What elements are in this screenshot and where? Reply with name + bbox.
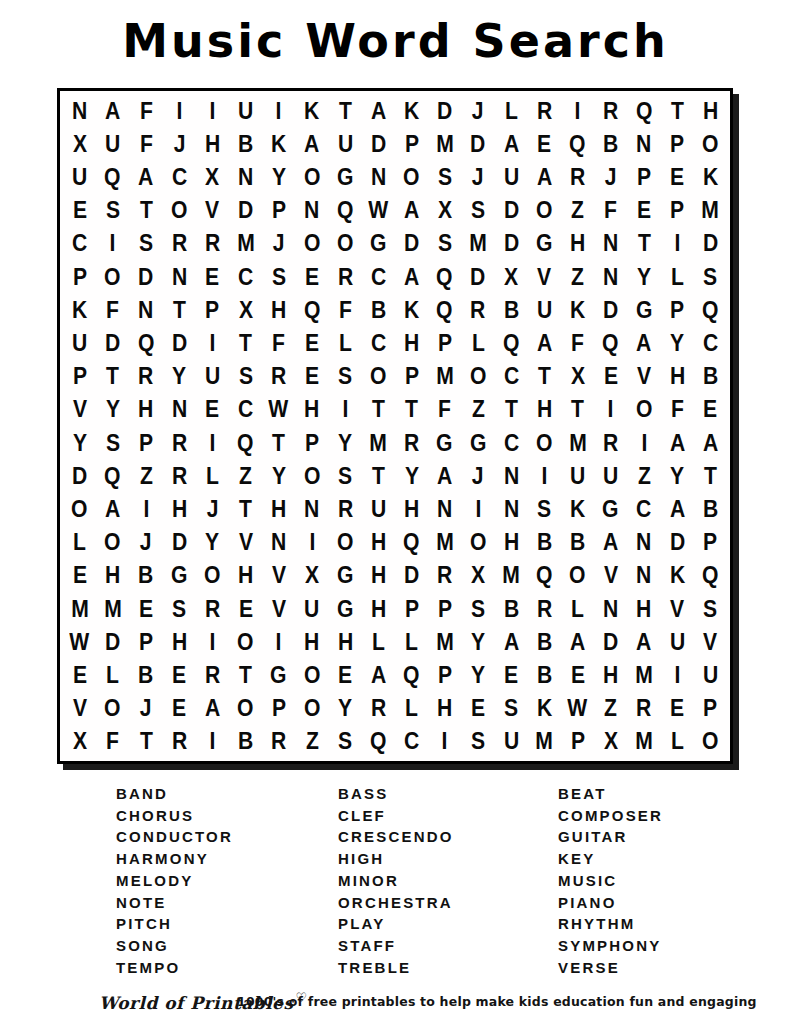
grid-cell[interactable]: Z bbox=[461, 393, 494, 426]
grid-cell[interactable]: X bbox=[495, 260, 528, 293]
grid-cell[interactable]: C bbox=[163, 160, 196, 193]
grid-cell[interactable]: D bbox=[63, 459, 96, 492]
grid-cell[interactable]: B bbox=[528, 625, 561, 658]
grid-cell[interactable]: O bbox=[96, 260, 129, 293]
grid-cell[interactable]: L bbox=[461, 326, 494, 359]
grid-cell[interactable]: I bbox=[461, 492, 494, 525]
grid-cell[interactable]: V bbox=[627, 360, 660, 393]
grid-cell[interactable]: N bbox=[594, 592, 627, 625]
grid-cell[interactable]: W bbox=[561, 692, 594, 725]
grid-cell[interactable]: O bbox=[694, 127, 727, 160]
grid-cell[interactable]: E bbox=[295, 260, 328, 293]
grid-cell[interactable]: O bbox=[694, 725, 727, 758]
grid-cell[interactable]: T bbox=[262, 426, 295, 459]
grid-cell[interactable]: G bbox=[428, 426, 461, 459]
grid-cell[interactable]: S bbox=[694, 592, 727, 625]
grid-cell[interactable]: L bbox=[495, 94, 528, 127]
grid-cell[interactable]: T bbox=[129, 725, 162, 758]
grid-cell[interactable]: N bbox=[495, 492, 528, 525]
grid-cell[interactable]: Q bbox=[229, 426, 262, 459]
grid-cell[interactable]: V bbox=[63, 393, 96, 426]
grid-cell[interactable]: A bbox=[661, 426, 694, 459]
grid-cell[interactable]: A bbox=[594, 526, 627, 559]
grid-cell[interactable]: T bbox=[229, 326, 262, 359]
grid-cell[interactable]: X bbox=[428, 194, 461, 227]
grid-cell[interactable]: D bbox=[163, 526, 196, 559]
grid-cell[interactable]: G bbox=[594, 492, 627, 525]
grid-cell[interactable]: N bbox=[262, 526, 295, 559]
grid-cell[interactable]: Q bbox=[329, 194, 362, 227]
grid-cell[interactable]: D bbox=[129, 260, 162, 293]
grid-cell[interactable]: L bbox=[395, 625, 428, 658]
grid-cell[interactable]: O bbox=[96, 692, 129, 725]
grid-cell[interactable]: H bbox=[528, 393, 561, 426]
grid-cell[interactable]: S bbox=[329, 360, 362, 393]
grid-cell[interactable]: C bbox=[362, 326, 395, 359]
grid-cell[interactable]: U bbox=[528, 293, 561, 326]
grid-cell[interactable]: I bbox=[96, 227, 129, 260]
grid-cell[interactable]: O bbox=[528, 426, 561, 459]
grid-cell[interactable]: I bbox=[428, 725, 461, 758]
grid-cell[interactable]: K bbox=[295, 94, 328, 127]
grid-cell[interactable]: N bbox=[594, 260, 627, 293]
grid-cell[interactable]: I bbox=[661, 658, 694, 691]
grid-cell[interactable]: K bbox=[561, 293, 594, 326]
grid-cell[interactable]: E bbox=[329, 658, 362, 691]
grid-cell[interactable]: J bbox=[196, 492, 229, 525]
grid-cell[interactable]: R bbox=[196, 658, 229, 691]
grid-cell[interactable]: S bbox=[495, 692, 528, 725]
grid-cell[interactable]: H bbox=[627, 592, 660, 625]
grid-cell[interactable]: O bbox=[461, 360, 494, 393]
grid-cell[interactable]: Q bbox=[561, 127, 594, 160]
grid-cell[interactable]: E bbox=[163, 658, 196, 691]
grid-cell[interactable]: Q bbox=[694, 559, 727, 592]
grid-cell[interactable]: L bbox=[362, 625, 395, 658]
grid-cell[interactable]: A bbox=[528, 326, 561, 359]
grid-cell[interactable]: M bbox=[627, 725, 660, 758]
grid-cell[interactable]: D bbox=[96, 326, 129, 359]
grid-cell[interactable]: H bbox=[362, 526, 395, 559]
grid-cell[interactable]: R bbox=[196, 592, 229, 625]
grid-cell[interactable]: T bbox=[362, 459, 395, 492]
grid-cell[interactable]: Q bbox=[528, 559, 561, 592]
grid-cell[interactable]: A bbox=[395, 260, 428, 293]
grid-cell[interactable]: U bbox=[661, 625, 694, 658]
grid-cell[interactable]: C bbox=[229, 260, 262, 293]
grid-cell[interactable]: H bbox=[495, 526, 528, 559]
grid-cell[interactable]: C bbox=[495, 426, 528, 459]
grid-cell[interactable]: U bbox=[694, 658, 727, 691]
grid-cell[interactable]: S bbox=[329, 459, 362, 492]
grid-cell[interactable]: S bbox=[461, 592, 494, 625]
grid-cell[interactable]: D bbox=[163, 326, 196, 359]
grid-cell[interactable]: J bbox=[129, 692, 162, 725]
grid-cell[interactable]: I bbox=[262, 625, 295, 658]
grid-cell[interactable]: T bbox=[229, 658, 262, 691]
grid-cell[interactable]: H bbox=[661, 360, 694, 393]
grid-cell[interactable]: B bbox=[528, 658, 561, 691]
grid-cell[interactable]: O bbox=[627, 393, 660, 426]
grid-cell[interactable]: O bbox=[63, 492, 96, 525]
grid-cell[interactable]: X bbox=[63, 725, 96, 758]
grid-cell[interactable]: X bbox=[63, 127, 96, 160]
grid-cell[interactable]: R bbox=[163, 459, 196, 492]
grid-cell[interactable]: A bbox=[495, 625, 528, 658]
grid-cell[interactable]: S bbox=[461, 194, 494, 227]
grid-cell[interactable]: B bbox=[561, 526, 594, 559]
grid-cell[interactable]: D bbox=[495, 227, 528, 260]
grid-cell[interactable]: B bbox=[229, 725, 262, 758]
grid-cell[interactable]: H bbox=[96, 559, 129, 592]
grid-cell[interactable]: P bbox=[428, 658, 461, 691]
grid-cell[interactable]: Y bbox=[96, 393, 129, 426]
grid-cell[interactable]: O bbox=[96, 526, 129, 559]
grid-cell[interactable]: K bbox=[262, 127, 295, 160]
grid-cell[interactable]: D bbox=[694, 227, 727, 260]
grid-cell[interactable]: D bbox=[594, 293, 627, 326]
grid-cell[interactable]: M bbox=[528, 725, 561, 758]
grid-cell[interactable]: I bbox=[129, 492, 162, 525]
grid-cell[interactable]: H bbox=[428, 692, 461, 725]
grid-cell[interactable]: I bbox=[196, 426, 229, 459]
grid-cell[interactable]: H bbox=[395, 326, 428, 359]
grid-cell[interactable]: R bbox=[329, 492, 362, 525]
grid-cell[interactable]: N bbox=[627, 526, 660, 559]
grid-cell[interactable]: G bbox=[329, 160, 362, 193]
grid-cell[interactable]: V bbox=[262, 559, 295, 592]
grid-cell[interactable]: A bbox=[561, 625, 594, 658]
grid-cell[interactable]: U bbox=[96, 127, 129, 160]
grid-cell[interactable]: O bbox=[295, 227, 328, 260]
grid-cell[interactable]: N bbox=[495, 459, 528, 492]
grid-cell[interactable]: R bbox=[196, 227, 229, 260]
grid-cell[interactable]: L bbox=[196, 459, 229, 492]
grid-cell[interactable]: F bbox=[329, 293, 362, 326]
grid-cell[interactable]: O bbox=[329, 526, 362, 559]
grid-cell[interactable]: D bbox=[495, 194, 528, 227]
grid-cell[interactable]: J bbox=[461, 94, 494, 127]
grid-cell[interactable]: Y bbox=[661, 326, 694, 359]
grid-cell[interactable]: B bbox=[594, 127, 627, 160]
grid-cell[interactable]: N bbox=[63, 94, 96, 127]
grid-cell[interactable]: N bbox=[594, 227, 627, 260]
grid-cell[interactable]: O bbox=[329, 227, 362, 260]
grid-cell[interactable]: S bbox=[428, 227, 461, 260]
grid-cell[interactable]: G bbox=[528, 227, 561, 260]
grid-cell[interactable]: R bbox=[362, 692, 395, 725]
grid-cell[interactable]: N bbox=[295, 492, 328, 525]
grid-cell[interactable]: L bbox=[661, 260, 694, 293]
grid-cell[interactable]: E bbox=[63, 559, 96, 592]
grid-cell[interactable]: A bbox=[295, 127, 328, 160]
grid-cell[interactable]: P bbox=[395, 592, 428, 625]
grid-cell[interactable]: P bbox=[129, 625, 162, 658]
grid-cell[interactable]: S bbox=[528, 492, 561, 525]
grid-cell[interactable]: Q bbox=[428, 293, 461, 326]
grid-cell[interactable]: A bbox=[395, 194, 428, 227]
grid-cell[interactable]: O bbox=[395, 160, 428, 193]
grid-cell[interactable]: H bbox=[362, 592, 395, 625]
grid-cell[interactable]: M bbox=[428, 625, 461, 658]
grid-cell[interactable]: F bbox=[129, 94, 162, 127]
grid-cell[interactable]: G bbox=[262, 658, 295, 691]
grid-cell[interactable]: R bbox=[262, 360, 295, 393]
grid-cell[interactable]: S bbox=[694, 260, 727, 293]
grid-cell[interactable]: P bbox=[694, 526, 727, 559]
grid-cell[interactable]: Q bbox=[96, 160, 129, 193]
grid-cell[interactable]: K bbox=[694, 160, 727, 193]
grid-cell[interactable]: I bbox=[627, 426, 660, 459]
grid-cell[interactable]: A bbox=[96, 492, 129, 525]
grid-cell[interactable]: Y bbox=[461, 658, 494, 691]
grid-cell[interactable]: X bbox=[196, 160, 229, 193]
grid-cell[interactable]: N bbox=[163, 393, 196, 426]
grid-cell[interactable]: H bbox=[594, 658, 627, 691]
grid-cell[interactable]: N bbox=[362, 160, 395, 193]
grid-cell[interactable]: H bbox=[362, 559, 395, 592]
grid-cell[interactable]: U bbox=[561, 459, 594, 492]
grid-cell[interactable]: Q bbox=[495, 326, 528, 359]
grid-cell[interactable]: H bbox=[295, 625, 328, 658]
grid-cell[interactable]: U bbox=[329, 127, 362, 160]
grid-cell[interactable]: E bbox=[129, 592, 162, 625]
grid-cell[interactable]: R bbox=[262, 725, 295, 758]
grid-cell[interactable]: O bbox=[295, 692, 328, 725]
grid-cell[interactable]: I bbox=[196, 625, 229, 658]
grid-cell[interactable]: Q bbox=[96, 459, 129, 492]
grid-cell[interactable]: F bbox=[428, 393, 461, 426]
grid-cell[interactable]: M bbox=[428, 127, 461, 160]
grid-cell[interactable]: H bbox=[395, 492, 428, 525]
grid-cell[interactable]: A bbox=[362, 658, 395, 691]
grid-cell[interactable]: T bbox=[163, 293, 196, 326]
grid-cell[interactable]: Y bbox=[627, 260, 660, 293]
grid-cell[interactable]: Q bbox=[594, 326, 627, 359]
grid-cell[interactable]: H bbox=[196, 127, 229, 160]
grid-cell[interactable]: I bbox=[196, 725, 229, 758]
grid-cell[interactable]: F bbox=[561, 326, 594, 359]
grid-cell[interactable]: Z bbox=[295, 725, 328, 758]
grid-cell[interactable]: R bbox=[627, 692, 660, 725]
grid-cell[interactable]: C bbox=[495, 360, 528, 393]
grid-cell[interactable]: Z bbox=[561, 260, 594, 293]
grid-cell[interactable]: M bbox=[627, 658, 660, 691]
grid-cell[interactable]: M bbox=[63, 592, 96, 625]
grid-cell[interactable]: V bbox=[262, 592, 295, 625]
grid-cell[interactable]: Y bbox=[661, 459, 694, 492]
grid-cell[interactable]: Q bbox=[627, 94, 660, 127]
grid-cell[interactable]: L bbox=[96, 658, 129, 691]
grid-cell[interactable]: S bbox=[129, 227, 162, 260]
grid-cell[interactable]: T bbox=[96, 360, 129, 393]
grid-cell[interactable]: Y bbox=[196, 526, 229, 559]
grid-cell[interactable]: S bbox=[96, 194, 129, 227]
grid-cell[interactable]: W bbox=[262, 393, 295, 426]
grid-cell[interactable]: P bbox=[262, 194, 295, 227]
grid-cell[interactable]: J bbox=[461, 459, 494, 492]
grid-cell[interactable]: P bbox=[661, 293, 694, 326]
grid-cell[interactable]: R bbox=[528, 94, 561, 127]
grid-cell[interactable]: R bbox=[129, 360, 162, 393]
grid-cell[interactable]: U bbox=[495, 160, 528, 193]
grid-cell[interactable]: E bbox=[627, 194, 660, 227]
grid-cell[interactable]: O bbox=[295, 160, 328, 193]
grid-cell[interactable]: B bbox=[528, 526, 561, 559]
grid-cell[interactable]: F bbox=[96, 725, 129, 758]
grid-cell[interactable]: Z bbox=[129, 459, 162, 492]
grid-cell[interactable]: S bbox=[229, 360, 262, 393]
grid-cell[interactable]: O bbox=[528, 194, 561, 227]
grid-cell[interactable]: T bbox=[528, 360, 561, 393]
grid-cell[interactable]: B bbox=[694, 360, 727, 393]
grid-cell[interactable]: E bbox=[561, 658, 594, 691]
grid-cell[interactable]: E bbox=[661, 160, 694, 193]
grid-cell[interactable]: T bbox=[129, 194, 162, 227]
grid-cell[interactable]: M bbox=[96, 592, 129, 625]
grid-cell[interactable]: Z bbox=[561, 194, 594, 227]
grid-cell[interactable]: Y bbox=[329, 426, 362, 459]
grid-cell[interactable]: M bbox=[362, 426, 395, 459]
grid-cell[interactable]: U bbox=[196, 360, 229, 393]
grid-cell[interactable]: C bbox=[627, 492, 660, 525]
grid-cell[interactable]: U bbox=[63, 326, 96, 359]
grid-cell[interactable]: X bbox=[561, 360, 594, 393]
grid-cell[interactable]: H bbox=[129, 393, 162, 426]
grid-cell[interactable]: K bbox=[395, 293, 428, 326]
grid-cell[interactable]: X bbox=[295, 559, 328, 592]
grid-cell[interactable]: R bbox=[329, 260, 362, 293]
grid-cell[interactable]: R bbox=[395, 426, 428, 459]
grid-cell[interactable]: D bbox=[96, 625, 129, 658]
grid-cell[interactable]: S bbox=[428, 160, 461, 193]
grid-cell[interactable]: J bbox=[129, 526, 162, 559]
grid-cell[interactable]: P bbox=[63, 260, 96, 293]
grid-cell[interactable]: P bbox=[129, 426, 162, 459]
grid-cell[interactable]: N bbox=[163, 260, 196, 293]
grid-cell[interactable]: N bbox=[295, 194, 328, 227]
grid-cell[interactable]: K bbox=[561, 492, 594, 525]
grid-cell[interactable]: T bbox=[561, 393, 594, 426]
grid-cell[interactable]: O bbox=[229, 625, 262, 658]
grid-cell[interactable]: X bbox=[594, 725, 627, 758]
grid-cell[interactable]: P bbox=[661, 127, 694, 160]
grid-cell[interactable]: N bbox=[229, 160, 262, 193]
grid-cell[interactable]: O bbox=[362, 360, 395, 393]
grid-cell[interactable]: Z bbox=[627, 459, 660, 492]
grid-cell[interactable]: E bbox=[196, 393, 229, 426]
grid-cell[interactable]: A bbox=[96, 94, 129, 127]
grid-cell[interactable]: J bbox=[163, 127, 196, 160]
grid-cell[interactable]: O bbox=[163, 194, 196, 227]
grid-cell[interactable]: E bbox=[63, 194, 96, 227]
grid-cell[interactable]: H bbox=[561, 227, 594, 260]
grid-cell[interactable]: G bbox=[461, 426, 494, 459]
grid-cell[interactable]: U bbox=[362, 492, 395, 525]
grid-cell[interactable]: T bbox=[395, 393, 428, 426]
grid-cell[interactable]: D bbox=[461, 260, 494, 293]
grid-cell[interactable]: H bbox=[262, 293, 295, 326]
grid-cell[interactable]: K bbox=[63, 293, 96, 326]
grid-cell[interactable]: Z bbox=[229, 459, 262, 492]
grid-cell[interactable]: D bbox=[395, 227, 428, 260]
grid-cell[interactable]: B bbox=[129, 559, 162, 592]
grid-cell[interactable]: D bbox=[428, 94, 461, 127]
grid-cell[interactable]: D bbox=[661, 526, 694, 559]
grid-cell[interactable]: I bbox=[594, 393, 627, 426]
grid-cell[interactable]: P bbox=[395, 360, 428, 393]
grid-cell[interactable]: Y bbox=[262, 160, 295, 193]
grid-cell[interactable]: A bbox=[627, 625, 660, 658]
grid-cell[interactable]: E bbox=[295, 360, 328, 393]
grid-cell[interactable]: Y bbox=[63, 426, 96, 459]
grid-cell[interactable]: A bbox=[694, 426, 727, 459]
grid-cell[interactable]: D bbox=[362, 127, 395, 160]
grid-cell[interactable]: A bbox=[428, 459, 461, 492]
grid-cell[interactable]: P bbox=[694, 692, 727, 725]
grid-cell[interactable]: P bbox=[561, 725, 594, 758]
grid-cell[interactable]: Q bbox=[694, 293, 727, 326]
grid-cell[interactable]: E bbox=[694, 393, 727, 426]
grid-cell[interactable]: V bbox=[63, 692, 96, 725]
grid-cell[interactable]: E bbox=[196, 260, 229, 293]
grid-cell[interactable]: H bbox=[163, 625, 196, 658]
grid-cell[interactable]: R bbox=[163, 426, 196, 459]
grid-cell[interactable]: O bbox=[196, 559, 229, 592]
grid-cell[interactable]: F bbox=[96, 293, 129, 326]
grid-cell[interactable]: E bbox=[163, 692, 196, 725]
grid-cell[interactable]: S bbox=[329, 725, 362, 758]
grid-cell[interactable]: I bbox=[262, 94, 295, 127]
grid-cell[interactable]: Y bbox=[329, 692, 362, 725]
grid-cell[interactable]: M bbox=[229, 227, 262, 260]
grid-cell[interactable]: S bbox=[262, 260, 295, 293]
grid-cell[interactable]: N bbox=[129, 293, 162, 326]
grid-cell[interactable]: I bbox=[295, 526, 328, 559]
grid-cell[interactable]: G bbox=[362, 227, 395, 260]
grid-cell[interactable]: W bbox=[362, 194, 395, 227]
grid-cell[interactable]: T bbox=[229, 492, 262, 525]
grid-cell[interactable]: H bbox=[295, 393, 328, 426]
grid-cell[interactable]: A bbox=[196, 692, 229, 725]
grid-cell[interactable]: N bbox=[627, 559, 660, 592]
grid-cell[interactable]: G bbox=[329, 559, 362, 592]
grid-cell[interactable]: J bbox=[461, 160, 494, 193]
grid-cell[interactable]: L bbox=[329, 326, 362, 359]
grid-cell[interactable]: Y bbox=[163, 360, 196, 393]
grid-cell[interactable]: T bbox=[627, 227, 660, 260]
grid-cell[interactable]: C bbox=[362, 260, 395, 293]
grid-cell[interactable]: P bbox=[295, 426, 328, 459]
grid-cell[interactable]: P bbox=[196, 293, 229, 326]
grid-cell[interactable]: E bbox=[229, 592, 262, 625]
grid-cell[interactable]: E bbox=[528, 127, 561, 160]
grid-cell[interactable]: B bbox=[129, 658, 162, 691]
grid-cell[interactable]: L bbox=[63, 526, 96, 559]
grid-cell[interactable]: R bbox=[163, 725, 196, 758]
grid-cell[interactable]: T bbox=[329, 94, 362, 127]
grid-cell[interactable]: A bbox=[627, 326, 660, 359]
grid-cell[interactable]: Q bbox=[395, 658, 428, 691]
grid-cell[interactable]: H bbox=[262, 492, 295, 525]
grid-cell[interactable]: E bbox=[461, 692, 494, 725]
grid-cell[interactable]: B bbox=[362, 293, 395, 326]
grid-cell[interactable]: H bbox=[694, 94, 727, 127]
grid-cell[interactable]: N bbox=[428, 492, 461, 525]
grid-cell[interactable]: A bbox=[495, 127, 528, 160]
grid-cell[interactable]: B bbox=[694, 492, 727, 525]
grid-cell[interactable]: E bbox=[495, 658, 528, 691]
